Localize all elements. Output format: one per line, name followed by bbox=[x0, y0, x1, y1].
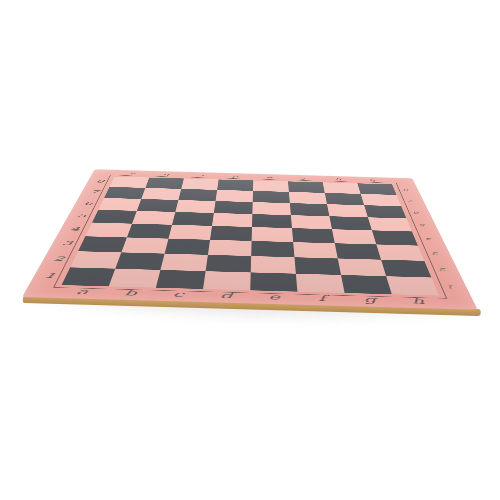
square-f2[interactable] bbox=[294, 257, 341, 275]
square-a4[interactable] bbox=[85, 223, 132, 238]
square-h5[interactable] bbox=[368, 217, 412, 231]
square-b6[interactable] bbox=[137, 199, 179, 212]
file-label-top-c: c bbox=[184, 173, 219, 179]
square-b3[interactable] bbox=[121, 237, 168, 253]
rank-label-right-8: 8 bbox=[392, 184, 421, 195]
rank-label-right-1: 1 bbox=[431, 277, 471, 296]
square-h3[interactable] bbox=[376, 244, 424, 260]
rank-label-right-4: 4 bbox=[412, 231, 446, 246]
square-b5[interactable] bbox=[132, 211, 175, 225]
square-a6[interactable] bbox=[98, 198, 141, 211]
square-g5[interactable] bbox=[329, 216, 372, 230]
square-c6[interactable] bbox=[175, 200, 215, 213]
file-label-bottom-d: d bbox=[201, 289, 250, 303]
file-label-bottom-b: b bbox=[104, 286, 156, 299]
file-label-top-h: h bbox=[356, 177, 392, 183]
file-label-bottom-c: c bbox=[153, 287, 203, 301]
square-d6[interactable] bbox=[214, 201, 253, 214]
square-a1[interactable] bbox=[62, 267, 116, 286]
square-g2[interactable] bbox=[338, 258, 386, 276]
square-f3[interactable] bbox=[293, 242, 338, 258]
file-label-top-a: a bbox=[115, 171, 151, 177]
chessboard: abcdefghabcdefgh8765432187654321 bbox=[22, 169, 478, 309]
square-f6[interactable] bbox=[290, 203, 330, 216]
square-h2[interactable] bbox=[381, 260, 431, 278]
square-b2[interactable] bbox=[115, 252, 164, 269]
square-c5[interactable] bbox=[172, 212, 214, 226]
rank-label-right-6: 6 bbox=[401, 206, 432, 219]
square-b1[interactable] bbox=[109, 269, 161, 288]
product-photo-scene: abcdefghabcdefgh8765432187654321 bbox=[0, 0, 500, 500]
square-e5[interactable] bbox=[252, 214, 292, 228]
square-d2[interactable] bbox=[206, 255, 252, 273]
square-d4[interactable] bbox=[210, 226, 252, 241]
square-e3[interactable] bbox=[251, 241, 294, 257]
square-d3[interactable] bbox=[208, 240, 252, 256]
square-f4[interactable] bbox=[292, 228, 335, 243]
rank-label-right-5: 5 bbox=[406, 218, 439, 232]
rank-label-left-7: 7 bbox=[79, 186, 110, 198]
square-c2[interactable] bbox=[160, 254, 207, 272]
file-label-top-b: b bbox=[150, 172, 186, 178]
square-a3[interactable] bbox=[78, 236, 127, 252]
square-b4[interactable] bbox=[127, 224, 172, 239]
square-a5[interactable] bbox=[92, 210, 137, 224]
square-f5[interactable] bbox=[291, 215, 332, 229]
square-e4[interactable] bbox=[252, 227, 294, 242]
file-label-top-e: e bbox=[253, 175, 288, 181]
square-h4[interactable] bbox=[372, 230, 418, 245]
file-label-bottom-a: a bbox=[56, 285, 109, 298]
square-c1[interactable] bbox=[156, 270, 206, 289]
square-e6[interactable] bbox=[252, 202, 291, 215]
file-label-bottom-h: h bbox=[392, 294, 444, 308]
square-c3[interactable] bbox=[165, 239, 210, 255]
rank-label-right-2: 2 bbox=[424, 261, 462, 278]
square-d1[interactable] bbox=[203, 271, 251, 290]
square-a2[interactable] bbox=[70, 251, 121, 268]
square-e2[interactable] bbox=[251, 256, 296, 274]
file-label-bottom-f: f bbox=[297, 291, 347, 305]
square-g1[interactable] bbox=[341, 275, 392, 294]
square-d5[interactable] bbox=[212, 213, 252, 227]
file-label-top-f: f bbox=[287, 176, 322, 182]
file-label-top-d: d bbox=[219, 174, 254, 180]
square-f1[interactable] bbox=[296, 274, 345, 293]
rank-label-left-8: 8 bbox=[85, 176, 114, 187]
rank-label-right-7: 7 bbox=[397, 195, 427, 207]
square-g3[interactable] bbox=[335, 243, 381, 259]
file-label-bottom-e: e bbox=[250, 290, 299, 304]
square-g6[interactable] bbox=[327, 204, 368, 217]
chessboard-grid bbox=[62, 177, 439, 296]
square-e1[interactable] bbox=[250, 272, 297, 291]
file-label-bottom-g: g bbox=[345, 293, 396, 307]
square-c4[interactable] bbox=[168, 225, 212, 240]
file-label-top-g: g bbox=[322, 176, 358, 182]
rank-label-right-3: 3 bbox=[418, 246, 454, 262]
square-g4[interactable] bbox=[332, 229, 376, 244]
